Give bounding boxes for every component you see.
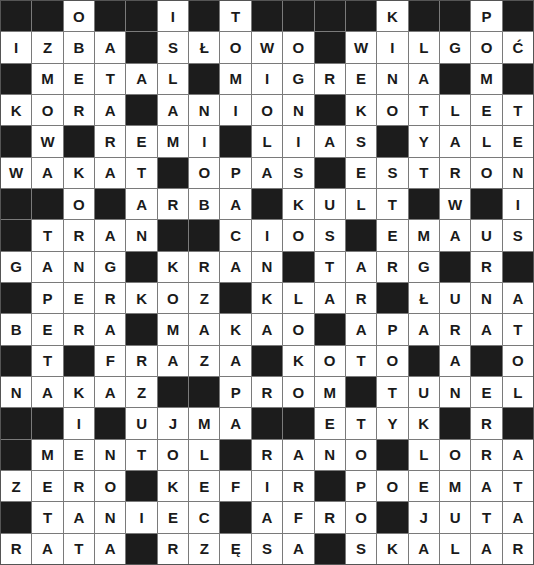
letter-cell-r5c10[interactable]: I — [283, 126, 313, 156]
letter-cell-r6c17[interactable]: N — [503, 158, 533, 188]
letter-cell-r11c8[interactable]: K — [220, 314, 250, 344]
letter-cell-r8c4[interactable]: A — [95, 220, 125, 250]
letter-cell-r2c16[interactable]: O — [471, 32, 501, 62]
letter-cell-r2c12[interactable]: W — [346, 32, 376, 62]
letter-cell-r1c16[interactable]: P — [471, 1, 501, 31]
letter-cell-r3c8[interactable]: M — [220, 64, 250, 94]
letter-cell-r8c2[interactable]: T — [32, 220, 62, 250]
letter-cell-r18c12[interactable]: S — [346, 534, 376, 564]
black-cell-r14c4 — [95, 408, 125, 438]
letter-cell-r8c3[interactable]: R — [64, 220, 94, 250]
letter-cell-r10c2[interactable]: P — [32, 283, 62, 313]
letter-cell-r4c9[interactable]: O — [252, 95, 282, 125]
black-cell-r1c2 — [32, 1, 62, 31]
black-cell-r15c8 — [220, 440, 250, 470]
letter-cell-r11c4[interactable]: A — [95, 314, 125, 344]
black-cell-r3c1 — [1, 64, 31, 94]
letter-cell-r4c15[interactable]: L — [440, 95, 470, 125]
letter-cell-r5c5[interactable]: E — [126, 126, 156, 156]
letter-cell-r10c6[interactable]: O — [158, 283, 188, 313]
letter-cell-r11c12[interactable]: A — [346, 314, 376, 344]
letter-cell-r11c17[interactable]: T — [503, 314, 533, 344]
letter-cell-r15c14[interactable]: L — [409, 440, 439, 470]
black-cell-r8c1 — [1, 220, 31, 250]
black-cell-r11c11 — [315, 314, 345, 344]
letter-cell-r17c15[interactable]: U — [440, 502, 470, 532]
letter-cell-r13c10[interactable]: O — [283, 377, 313, 407]
black-cell-r7c14 — [409, 189, 439, 219]
letter-cell-r15c12[interactable]: O — [346, 440, 376, 470]
black-cell-r12c9 — [252, 346, 282, 376]
letter-cell-r11c10[interactable]: O — [283, 314, 313, 344]
letter-cell-r18c17[interactable]: R — [503, 534, 533, 564]
letter-cell-r11c6[interactable]: M — [158, 314, 188, 344]
letter-cell-r4c14[interactable]: T — [409, 95, 439, 125]
letter-cell-r9c14[interactable]: G — [409, 252, 439, 282]
letter-cell-r15c16[interactable]: R — [471, 440, 501, 470]
letter-cell-r18c14[interactable]: A — [409, 534, 439, 564]
black-cell-r1c12 — [346, 1, 376, 31]
black-cell-r7c16 — [471, 189, 501, 219]
letter-cell-r10c9[interactable]: K — [252, 283, 282, 313]
letter-cell-r18c3[interactable]: T — [64, 534, 94, 564]
letter-cell-r17c7[interactable]: C — [189, 502, 219, 532]
letter-cell-r9c1[interactable]: G — [1, 252, 31, 282]
letter-cell-r4c8[interactable]: I — [220, 95, 250, 125]
letter-cell-r8c8[interactable]: C — [220, 220, 250, 250]
letter-cell-r13c16[interactable]: E — [471, 377, 501, 407]
letter-cell-r7c13[interactable]: T — [377, 189, 407, 219]
letter-cell-r15c5[interactable]: T — [126, 440, 156, 470]
letter-cell-r5c16[interactable]: L — [471, 126, 501, 156]
letter-cell-r6c12[interactable]: E — [346, 158, 376, 188]
letter-cell-r5c2[interactable]: W — [32, 126, 62, 156]
letter-cell-r5c7[interactable]: I — [189, 126, 219, 156]
letter-cell-r4c4[interactable]: A — [95, 95, 125, 125]
black-cell-r9c10 — [283, 252, 313, 282]
letter-cell-r10c11[interactable]: A — [315, 283, 345, 313]
letter-cell-r16c6[interactable]: K — [158, 471, 188, 501]
letter-cell-r15c6[interactable]: O — [158, 440, 188, 470]
letter-cell-r11c7[interactable]: A — [189, 314, 219, 344]
letter-cell-r5c12[interactable]: S — [346, 126, 376, 156]
letter-cell-r3c5[interactable]: A — [126, 64, 156, 94]
letter-cell-r18c4[interactable]: A — [95, 534, 125, 564]
letter-cell-r13c4[interactable]: A — [95, 377, 125, 407]
letter-cell-r10c3[interactable]: E — [64, 283, 94, 313]
letter-cell-r14c3[interactable]: I — [64, 408, 94, 438]
black-cell-r14c1 — [1, 408, 31, 438]
black-cell-r7c1 — [1, 189, 31, 219]
letter-cell-r6c3[interactable]: K — [64, 158, 94, 188]
letter-cell-r8c13[interactable]: E — [377, 220, 407, 250]
letter-cell-r3c4[interactable]: T — [95, 64, 125, 94]
letter-cell-r4c2[interactable]: O — [32, 95, 62, 125]
letter-cell-r6c7[interactable]: O — [189, 158, 219, 188]
letter-cell-r4c12[interactable]: K — [346, 95, 376, 125]
letter-cell-r9c3[interactable]: N — [64, 252, 94, 282]
letter-cell-r3c16[interactable]: M — [471, 64, 501, 94]
letter-cell-r2c7[interactable]: Ł — [189, 32, 219, 62]
letter-cell-r14c6[interactable]: J — [158, 408, 188, 438]
letter-cell-r12c8[interactable]: A — [220, 346, 250, 376]
letter-cell-r8c17[interactable]: S — [503, 220, 533, 250]
letter-cell-r12c15[interactable]: A — [440, 346, 470, 376]
letter-cell-r4c16[interactable]: E — [471, 95, 501, 125]
black-cell-r1c14 — [409, 1, 439, 31]
black-cell-r3c15 — [440, 64, 470, 94]
letter-cell-r4c1[interactable]: K — [1, 95, 31, 125]
letter-cell-r13c15[interactable]: N — [440, 377, 470, 407]
letter-cell-r4c6[interactable]: A — [158, 95, 188, 125]
letter-cell-r12c11[interactable]: O — [315, 346, 345, 376]
letter-cell-r12c6[interactable]: A — [158, 346, 188, 376]
letter-cell-r18c7[interactable]: Z — [189, 534, 219, 564]
letter-cell-r12c13[interactable]: O — [377, 346, 407, 376]
letter-cell-r7c5[interactable]: A — [126, 189, 156, 219]
letter-cell-r4c13[interactable]: O — [377, 95, 407, 125]
letter-cell-r8c16[interactable]: U — [471, 220, 501, 250]
letter-cell-r7c8[interactable]: A — [220, 189, 250, 219]
black-cell-r11c5 — [126, 314, 156, 344]
letter-cell-r6c2[interactable]: A — [32, 158, 62, 188]
letter-cell-r12c7[interactable]: Z — [189, 346, 219, 376]
letter-cell-r17c11[interactable]: R — [315, 502, 345, 532]
letter-cell-r17c2[interactable]: T — [32, 502, 62, 532]
letter-cell-r16c2[interactable]: E — [32, 471, 62, 501]
letter-cell-r9c16[interactable]: R — [471, 252, 501, 282]
letter-cell-r10c15[interactable]: U — [440, 283, 470, 313]
letter-cell-r9c13[interactable]: R — [377, 252, 407, 282]
black-cell-r14c9 — [252, 408, 282, 438]
letter-cell-r14c16[interactable]: R — [471, 408, 501, 438]
letter-cell-r2c1[interactable]: I — [1, 32, 31, 62]
letter-cell-r2c14[interactable]: L — [409, 32, 439, 62]
letter-cell-r3c10[interactable]: G — [283, 64, 313, 94]
letter-cell-r15c2[interactable]: M — [32, 440, 62, 470]
letter-cell-r3c14[interactable]: A — [409, 64, 439, 94]
letter-cell-r7c7[interactable]: B — [189, 189, 219, 219]
black-cell-r12c1 — [1, 346, 31, 376]
letter-cell-r18c10[interactable]: A — [283, 534, 313, 564]
letter-cell-r1c6[interactable]: I — [158, 1, 188, 31]
letter-cell-r3c12[interactable]: E — [346, 64, 376, 94]
letter-cell-r14c7[interactable]: M — [189, 408, 219, 438]
letter-cell-r6c13[interactable]: S — [377, 158, 407, 188]
black-cell-r1c4 — [95, 1, 125, 31]
letter-cell-r15c7[interactable]: L — [189, 440, 219, 470]
letter-cell-r14c5[interactable]: U — [126, 408, 156, 438]
letter-cell-r8c15[interactable]: A — [440, 220, 470, 250]
letter-cell-r9c9[interactable]: N — [252, 252, 282, 282]
letter-cell-r18c13[interactable]: K — [377, 534, 407, 564]
letter-cell-r16c9[interactable]: I — [252, 471, 282, 501]
letter-cell-r18c9[interactable]: S — [252, 534, 282, 564]
letter-cell-r7c6[interactable]: R — [158, 189, 188, 219]
letter-cell-r7c3[interactable]: O — [64, 189, 94, 219]
letter-cell-r11c2[interactable]: E — [32, 314, 62, 344]
letter-cell-r13c13[interactable]: T — [377, 377, 407, 407]
letter-cell-r2c3[interactable]: B — [64, 32, 94, 62]
letter-cell-r15c3[interactable]: E — [64, 440, 94, 470]
letter-cell-r18c1[interactable]: R — [1, 534, 31, 564]
letter-cell-r2c4[interactable]: A — [95, 32, 125, 62]
letter-cell-r10c14[interactable]: Ł — [409, 283, 439, 313]
letter-cell-r16c13[interactable]: O — [377, 471, 407, 501]
letter-cell-r2c17[interactable]: Ć — [503, 32, 533, 62]
letter-cell-r11c1[interactable]: B — [1, 314, 31, 344]
letter-cell-r17c12[interactable]: O — [346, 502, 376, 532]
letter-cell-r11c9[interactable]: A — [252, 314, 282, 344]
letter-cell-r4c17[interactable]: T — [503, 95, 533, 125]
letter-cell-r9c11[interactable]: T — [315, 252, 345, 282]
letter-cell-r5c15[interactable]: A — [440, 126, 470, 156]
letter-cell-r6c4[interactable]: A — [95, 158, 125, 188]
letter-cell-r18c2[interactable]: A — [32, 534, 62, 564]
letter-cell-r13c14[interactable]: U — [409, 377, 439, 407]
letter-cell-r16c3[interactable]: R — [64, 471, 94, 501]
letter-cell-r12c4[interactable]: F — [95, 346, 125, 376]
black-cell-r1c10 — [283, 1, 313, 31]
black-cell-r4c11 — [315, 95, 345, 125]
letter-cell-r15c4[interactable]: N — [95, 440, 125, 470]
letter-cell-r17c3[interactable]: A — [64, 502, 94, 532]
letter-cell-r10c12[interactable]: R — [346, 283, 376, 313]
letter-cell-r8c11[interactable]: S — [315, 220, 345, 250]
black-cell-r14c15 — [440, 408, 470, 438]
letter-cell-r13c17[interactable]: L — [503, 377, 533, 407]
letter-cell-r16c15[interactable]: M — [440, 471, 470, 501]
black-cell-r2c11 — [315, 32, 345, 62]
letter-cell-r9c7[interactable]: R — [189, 252, 219, 282]
letter-cell-r10c5[interactable]: K — [126, 283, 156, 313]
letter-cell-r15c17[interactable]: A — [503, 440, 533, 470]
black-cell-r18c11 — [315, 534, 345, 564]
letter-cell-r17c4[interactable]: N — [95, 502, 125, 532]
letter-cell-r9c6[interactable]: K — [158, 252, 188, 282]
letter-cell-r13c3[interactable]: K — [64, 377, 94, 407]
letter-cell-r14c14[interactable]: K — [409, 408, 439, 438]
letter-cell-r4c7[interactable]: N — [189, 95, 219, 125]
letter-cell-r9c8[interactable]: A — [220, 252, 250, 282]
letter-cell-r15c9[interactable]: R — [252, 440, 282, 470]
black-cell-r5c1 — [1, 126, 31, 156]
black-cell-r7c2 — [32, 189, 62, 219]
letter-cell-r16c14[interactable]: E — [409, 471, 439, 501]
black-cell-r13c7 — [189, 377, 219, 407]
letter-cell-r6c10[interactable]: S — [283, 158, 313, 188]
letter-cell-r11c13[interactable]: P — [377, 314, 407, 344]
black-cell-r8c6 — [158, 220, 188, 250]
letter-cell-r14c8[interactable]: A — [220, 408, 250, 438]
black-cell-r5c8 — [220, 126, 250, 156]
letter-cell-r3c9[interactable]: I — [252, 64, 282, 94]
black-cell-r6c11 — [315, 158, 345, 188]
letter-cell-r13c1[interactable]: N — [1, 377, 31, 407]
letter-cell-r6c16[interactable]: O — [471, 158, 501, 188]
letter-cell-r6c9[interactable]: A — [252, 158, 282, 188]
letter-cell-r1c3[interactable]: O — [64, 1, 94, 31]
crossword-grid: OITKPIZBASŁOWOWILGOĆMETALMIGRENAMKORAANI… — [0, 0, 534, 565]
letter-cell-r3c2[interactable]: M — [32, 64, 62, 94]
letter-cell-r10c4[interactable]: R — [95, 283, 125, 313]
black-cell-r15c1 — [1, 440, 31, 470]
letter-cell-r14c12[interactable]: T — [346, 408, 376, 438]
letter-cell-r1c13[interactable]: K — [377, 1, 407, 31]
letter-cell-r2c2[interactable]: Z — [32, 32, 62, 62]
letter-cell-r16c17[interactable]: T — [503, 471, 533, 501]
letter-cell-r6c5[interactable]: T — [126, 158, 156, 188]
letter-cell-r17c10[interactable]: F — [283, 502, 313, 532]
black-cell-r12c14 — [409, 346, 439, 376]
letter-cell-r2c15[interactable]: G — [440, 32, 470, 62]
black-cell-r2c5 — [126, 32, 156, 62]
black-cell-r9c15 — [440, 252, 470, 282]
black-cell-r15c13 — [377, 440, 407, 470]
letter-cell-r12c2[interactable]: T — [32, 346, 62, 376]
letter-cell-r2c10[interactable]: O — [283, 32, 313, 62]
letter-cell-r11c16[interactable]: A — [471, 314, 501, 344]
letter-cell-r11c15[interactable]: R — [440, 314, 470, 344]
letter-cell-r15c11[interactable]: N — [315, 440, 345, 470]
letter-cell-r7c15[interactable]: W — [440, 189, 470, 219]
black-cell-r18c5 — [126, 534, 156, 564]
letter-cell-r6c1[interactable]: W — [1, 158, 31, 188]
letter-cell-r6c15[interactable]: R — [440, 158, 470, 188]
letter-cell-r12c17[interactable]: O — [503, 346, 533, 376]
black-cell-r1c17 — [503, 1, 533, 31]
letter-cell-r17c6[interactable]: E — [158, 502, 188, 532]
letter-cell-r11c3[interactable]: R — [64, 314, 94, 344]
letter-cell-r14c13[interactable]: Y — [377, 408, 407, 438]
letter-cell-r16c16[interactable]: A — [471, 471, 501, 501]
letter-cell-r16c7[interactable]: E — [189, 471, 219, 501]
letter-cell-r16c4[interactable]: O — [95, 471, 125, 501]
letter-cell-r18c16[interactable]: A — [471, 534, 501, 564]
black-cell-r16c5 — [126, 471, 156, 501]
black-cell-r1c1 — [1, 1, 31, 31]
letter-cell-r16c12[interactable]: P — [346, 471, 376, 501]
letter-cell-r3c6[interactable]: L — [158, 64, 188, 94]
letter-cell-r16c10[interactable]: R — [283, 471, 313, 501]
letter-cell-r10c10[interactable]: L — [283, 283, 313, 313]
black-cell-r8c7 — [189, 220, 219, 250]
black-cell-r14c10 — [283, 408, 313, 438]
letter-cell-r5c9[interactable]: L — [252, 126, 282, 156]
letter-cell-r15c15[interactable]: O — [440, 440, 470, 470]
black-cell-r14c17 — [503, 408, 533, 438]
letter-cell-r5c11[interactable]: A — [315, 126, 345, 156]
letter-cell-r17c5[interactable]: I — [126, 502, 156, 532]
letter-cell-r16c8[interactable]: F — [220, 471, 250, 501]
black-cell-r9c5 — [126, 252, 156, 282]
black-cell-r8c12 — [346, 220, 376, 250]
black-cell-r12c16 — [471, 346, 501, 376]
black-cell-r1c9 — [252, 1, 282, 31]
letter-cell-r5c17[interactable]: E — [503, 126, 533, 156]
letter-cell-r17c14[interactable]: J — [409, 502, 439, 532]
letter-cell-r8c14[interactable]: M — [409, 220, 439, 250]
letter-cell-r17c16[interactable]: T — [471, 502, 501, 532]
letter-cell-r1c8[interactable]: T — [220, 1, 250, 31]
letter-cell-r3c3[interactable]: E — [64, 64, 94, 94]
letter-cell-r10c7[interactable]: Z — [189, 283, 219, 313]
letter-cell-r13c8[interactable]: P — [220, 377, 250, 407]
letter-cell-r17c9[interactable]: A — [252, 502, 282, 532]
letter-cell-r3c13[interactable]: N — [377, 64, 407, 94]
black-cell-r7c9 — [252, 189, 282, 219]
letter-cell-r10c17[interactable]: A — [503, 283, 533, 313]
black-cell-r14c2 — [32, 408, 62, 438]
letter-cell-r13c11[interactable]: M — [315, 377, 345, 407]
letter-cell-r13c9[interactable]: R — [252, 377, 282, 407]
letter-cell-r9c2[interactable]: A — [32, 252, 62, 282]
black-cell-r5c3 — [64, 126, 94, 156]
letter-cell-r13c5[interactable]: Z — [126, 377, 156, 407]
letter-cell-r12c10[interactable]: K — [283, 346, 313, 376]
letter-cell-r2c8[interactable]: O — [220, 32, 250, 62]
letter-cell-r8c9[interactable]: I — [252, 220, 282, 250]
letter-cell-r7c17[interactable]: I — [503, 189, 533, 219]
letter-cell-r2c6[interactable]: S — [158, 32, 188, 62]
letter-cell-r14c11[interactable]: E — [315, 408, 345, 438]
letter-cell-r3c11[interactable]: R — [315, 64, 345, 94]
letter-cell-r16c1[interactable]: Z — [1, 471, 31, 501]
black-cell-r4c5 — [126, 95, 156, 125]
letter-cell-r4c10[interactable]: N — [283, 95, 313, 125]
letter-cell-r13c2[interactable]: A — [32, 377, 62, 407]
letter-cell-r11c14[interactable]: A — [409, 314, 439, 344]
black-cell-r1c11 — [315, 1, 345, 31]
letter-cell-r6c8[interactable]: P — [220, 158, 250, 188]
letter-cell-r5c6[interactable]: M — [158, 126, 188, 156]
letter-cell-r7c11[interactable]: U — [315, 189, 345, 219]
letter-cell-r5c14[interactable]: Y — [409, 126, 439, 156]
letter-cell-r12c12[interactable]: T — [346, 346, 376, 376]
letter-cell-r4c3[interactable]: R — [64, 95, 94, 125]
letter-cell-r2c9[interactable]: W — [252, 32, 282, 62]
letter-cell-r18c8[interactable]: Ę — [220, 534, 250, 564]
black-cell-r3c7 — [189, 64, 219, 94]
crossword-page: OITKPIZBASŁOWOWILGOĆMETALMIGRENAMKORAANI… — [0, 0, 534, 565]
letter-cell-r5c4[interactable]: R — [95, 126, 125, 156]
letter-cell-r17c17[interactable]: A — [503, 502, 533, 532]
black-cell-r5c13 — [377, 126, 407, 156]
letter-cell-r7c12[interactable]: L — [346, 189, 376, 219]
letter-cell-r2c13[interactable]: I — [377, 32, 407, 62]
black-cell-r10c8 — [220, 283, 250, 313]
black-cell-r17c13 — [377, 502, 407, 532]
black-cell-r9c17 — [503, 252, 533, 282]
letter-cell-r15c10[interactable]: A — [283, 440, 313, 470]
letter-cell-r9c4[interactable]: G — [95, 252, 125, 282]
letter-cell-r6c14[interactable]: T — [409, 158, 439, 188]
black-cell-r17c1 — [1, 502, 31, 532]
letter-cell-r7c10[interactable]: K — [283, 189, 313, 219]
letter-cell-r18c15[interactable]: L — [440, 534, 470, 564]
black-cell-r1c7 — [189, 1, 219, 31]
letter-cell-r10c16[interactable]: N — [471, 283, 501, 313]
letter-cell-r8c10[interactable]: O — [283, 220, 313, 250]
letter-cell-r18c6[interactable]: R — [158, 534, 188, 564]
black-cell-r17c8 — [220, 502, 250, 532]
letter-cell-r9c12[interactable]: A — [346, 252, 376, 282]
letter-cell-r12c5[interactable]: R — [126, 346, 156, 376]
black-cell-r12c3 — [64, 346, 94, 376]
black-cell-r3c17 — [503, 64, 533, 94]
letter-cell-r8c5[interactable]: N — [126, 220, 156, 250]
black-cell-r7c4 — [95, 189, 125, 219]
